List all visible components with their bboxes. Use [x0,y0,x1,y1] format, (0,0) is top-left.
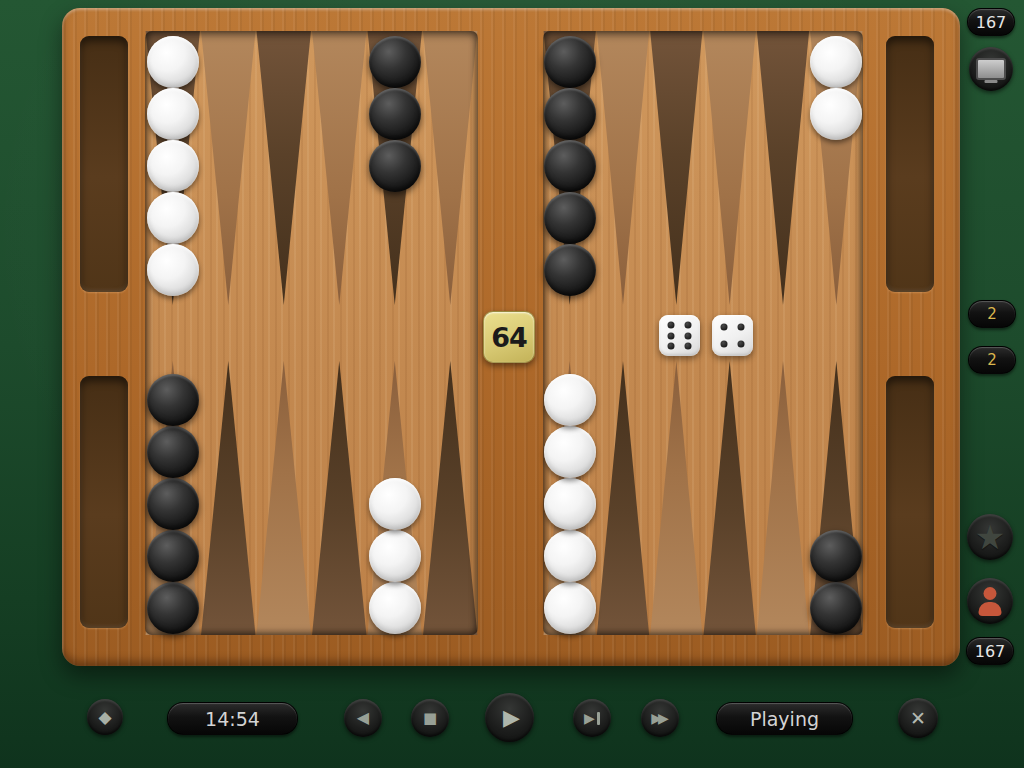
match-score-bottom: 2 [968,346,1016,374]
checker-black[interactable] [147,582,199,634]
checker-white[interactable] [147,140,199,192]
point-11[interactable] [201,361,257,635]
die-pip [721,340,728,347]
stop-icon: ■ [423,711,437,726]
match-score-top: 2 [968,300,1016,328]
checker-black[interactable] [147,530,199,582]
checker-black[interactable] [544,140,596,192]
checker-black[interactable] [369,88,421,140]
person-body-icon [979,602,1002,616]
checker-white[interactable] [369,530,421,582]
diamond-button[interactable]: ◆ [87,699,123,735]
die-pip [737,340,744,347]
checker-white[interactable] [544,374,596,426]
checker-white[interactable] [369,582,421,634]
checker-black[interactable] [544,88,596,140]
point-20[interactable] [596,31,649,305]
point-2[interactable] [756,361,809,635]
die-pip [668,332,675,339]
checker-white[interactable] [544,530,596,582]
checker-white[interactable] [810,88,862,140]
point-7[interactable] [423,361,479,635]
doubling-cube[interactable]: 64 [483,311,535,363]
checker-black[interactable] [810,582,862,634]
play-icon: ▶ [499,707,520,729]
checker-black[interactable] [544,244,596,296]
player-profile-button[interactable] [967,578,1013,624]
die-pip [721,324,728,331]
point-4[interactable] [650,361,703,635]
checker-black[interactable] [147,426,199,478]
star-icon: ★ [975,520,1005,554]
play-button[interactable]: ▶ [485,693,534,742]
die-2-value-4[interactable] [712,315,753,356]
die-pip [684,321,691,328]
die-pip [668,321,675,328]
diamond-icon: ◆ [98,709,111,726]
die-pip [737,324,744,331]
person-icon [984,587,997,600]
checker-black[interactable] [544,192,596,244]
fast-forward-icon: ▶▶ [651,711,669,725]
checker-black[interactable] [544,36,596,88]
pip-count-top: 167 [967,8,1015,36]
bear-off-tray-top-right[interactable] [886,36,934,292]
point-23[interactable] [756,31,809,305]
checker-black[interactable] [369,36,421,88]
point-10[interactable] [256,361,312,635]
point-22[interactable] [703,31,756,305]
point-5[interactable] [596,361,649,635]
monitor-icon [976,58,1006,80]
checker-white[interactable] [544,426,596,478]
checker-white[interactable] [147,192,199,244]
fast-forward-button[interactable]: ▶▶ [641,699,679,737]
die-1-value-6[interactable] [659,315,700,356]
point-15[interactable] [256,31,312,305]
bear-off-tray-top-left[interactable] [80,36,128,292]
checker-white[interactable] [544,478,596,530]
checker-white[interactable] [147,88,199,140]
die-pip [684,332,691,339]
pip-count-bottom: 167 [966,637,1014,665]
checker-white[interactable] [147,244,199,296]
point-14[interactable] [201,31,257,305]
point-9[interactable] [312,361,368,635]
die-pip [684,343,691,350]
stop-button[interactable]: ■ [411,699,449,737]
skip-forward-button[interactable]: ▶ [573,699,611,737]
point-21[interactable] [650,31,703,305]
skip-bar-icon [597,712,600,725]
bear-off-tray-bottom-left[interactable] [80,376,128,628]
point-3[interactable] [703,361,756,635]
checker-white[interactable] [544,582,596,634]
display-mode-button[interactable] [969,47,1013,91]
bear-off-tray-bottom-right[interactable] [886,376,934,628]
status-display: Playing [716,702,853,735]
checker-black[interactable] [147,478,199,530]
point-18[interactable] [423,31,479,305]
close-icon: ✕ [910,709,926,728]
checker-black[interactable] [369,140,421,192]
checker-white[interactable] [810,36,862,88]
close-button[interactable]: ✕ [898,698,938,738]
point-16[interactable] [312,31,368,305]
rewind-icon: ◀ [357,710,369,726]
rewind-button[interactable]: ◀ [344,699,382,737]
checker-white[interactable] [147,36,199,88]
skip-forward-icon: ▶ [584,711,595,725]
monitor-base-icon [985,80,998,83]
star-button[interactable]: ★ [967,514,1013,560]
checker-white[interactable] [369,478,421,530]
checker-black[interactable] [810,530,862,582]
checker-black[interactable] [147,374,199,426]
game-timer: 14:54 [167,702,298,735]
die-pip [668,343,675,350]
game-table: 64 167 2 2 ★ 167 ◆ 14:54 ◀ ■ ▶ ▶ ▶▶ Play… [0,0,1024,768]
